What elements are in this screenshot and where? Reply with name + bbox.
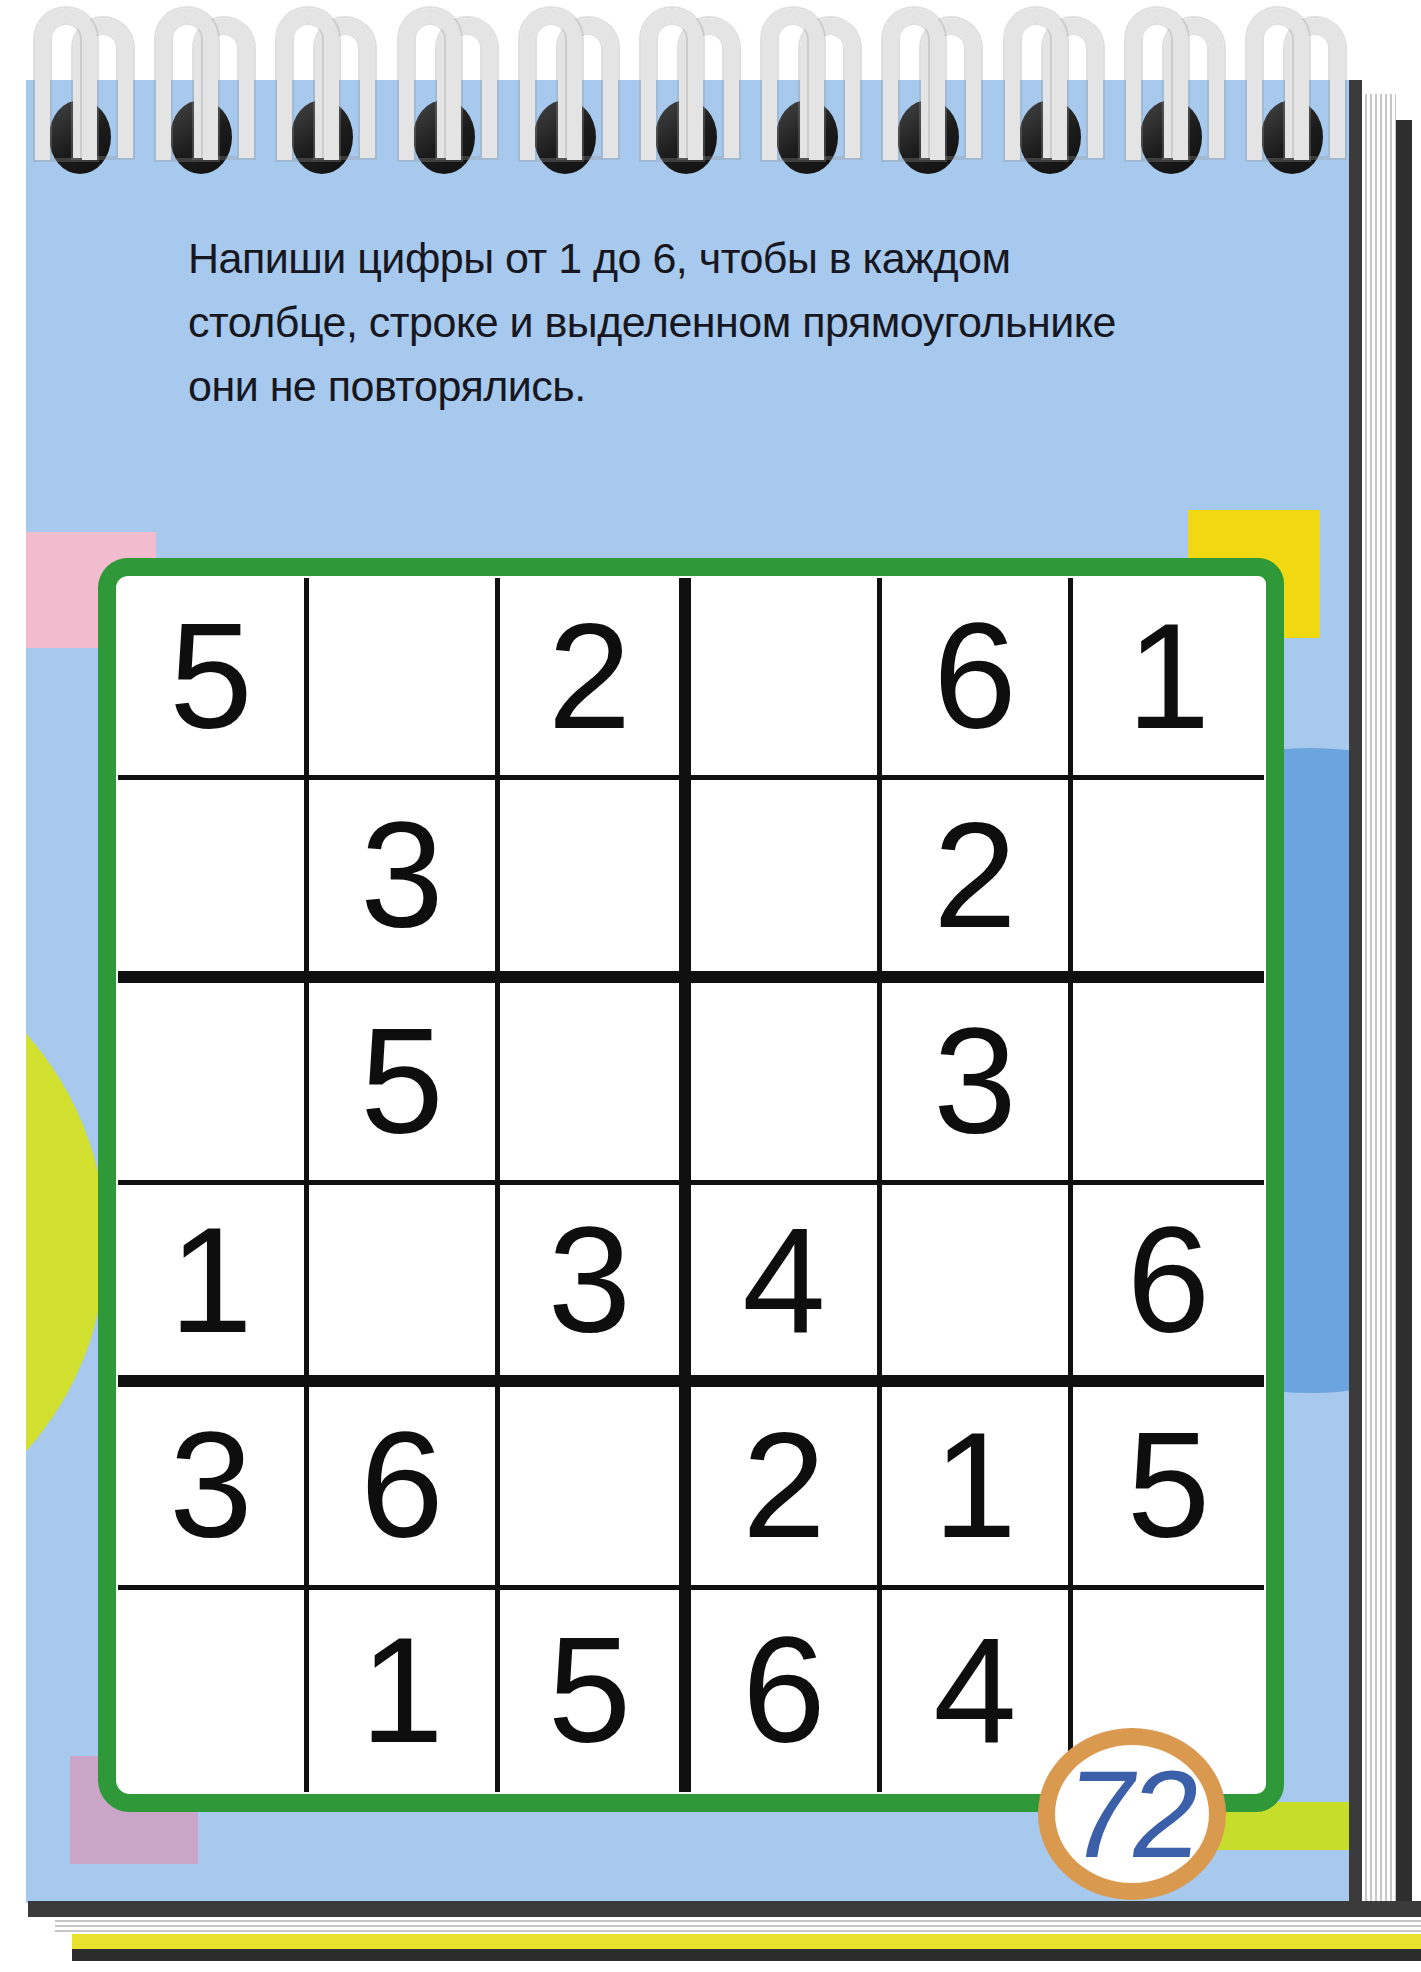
page-number-badge: 72 bbox=[1038, 1728, 1226, 1900]
page-stack-edge-bottom bbox=[28, 1901, 1421, 1917]
sudoku-cell-given: 3 bbox=[118, 1387, 309, 1589]
coil-wire-icon bbox=[1126, 8, 1188, 160]
sudoku-cell-given: 3 bbox=[309, 780, 500, 982]
spiral-binding bbox=[0, 0, 1421, 200]
spiral-coil bbox=[154, 8, 264, 180]
sudoku-cell-empty[interactable] bbox=[691, 983, 882, 1185]
coil-wire-icon bbox=[762, 8, 824, 160]
sudoku-cell-given: 5 bbox=[309, 983, 500, 1185]
coil-wire-icon bbox=[641, 8, 703, 160]
sudoku-cell-given: 1 bbox=[1073, 578, 1264, 780]
sudoku-cell-given: 5 bbox=[118, 578, 309, 780]
page-stack-cover-right bbox=[1396, 120, 1412, 1916]
sudoku-cell-given: 4 bbox=[691, 1185, 882, 1387]
page-stack-yellow-sheet bbox=[72, 1934, 1421, 1949]
instruction-line-1: Напиши цифры от 1 до 6, чтобы в каждом bbox=[188, 226, 1328, 290]
spiral-coil bbox=[1245, 8, 1355, 180]
page-stack-sheets-right bbox=[1362, 94, 1396, 1916]
sudoku-cell-empty[interactable] bbox=[309, 1185, 500, 1387]
sudoku-cell-empty[interactable] bbox=[1073, 983, 1264, 1185]
coil-wire-icon bbox=[399, 8, 461, 160]
sudoku-cell-given: 2 bbox=[691, 1387, 882, 1589]
sudoku-cell-given: 4 bbox=[882, 1590, 1073, 1792]
sudoku-cell-given: 5 bbox=[1073, 1387, 1264, 1589]
sudoku-grid-cells: 526132531346362151564 bbox=[118, 578, 1264, 1792]
decoration-lime-circle bbox=[26, 930, 106, 1555]
sudoku-cell-given: 6 bbox=[691, 1590, 882, 1792]
sudoku-cell-empty[interactable] bbox=[500, 1387, 691, 1589]
page-stack-edge-right bbox=[1349, 80, 1362, 1903]
sudoku-cell-given: 3 bbox=[500, 1185, 691, 1387]
sudoku-cell-empty[interactable] bbox=[691, 780, 882, 982]
sudoku-cell-given: 3 bbox=[882, 983, 1073, 1185]
spiral-coil bbox=[1003, 8, 1113, 180]
notepad-page: Напиши цифры от 1 до 6, чтобы в каждом с… bbox=[26, 80, 1352, 1903]
coil-wire-icon bbox=[1005, 8, 1067, 160]
spiral-coil bbox=[275, 8, 385, 180]
sudoku-cell-given: 6 bbox=[1073, 1185, 1264, 1387]
spiral-coil bbox=[760, 8, 870, 180]
sudoku-cell-given: 1 bbox=[309, 1590, 500, 1792]
instruction-text: Напиши цифры от 1 до 6, чтобы в каждом с… bbox=[188, 226, 1328, 418]
spiral-coil bbox=[1124, 8, 1234, 180]
coil-wire-icon bbox=[156, 8, 218, 160]
sudoku-cell-empty[interactable] bbox=[691, 578, 882, 780]
sudoku-grid: 526132531346362151564 bbox=[98, 558, 1284, 1812]
sudoku-cell-empty[interactable] bbox=[882, 1185, 1073, 1387]
instruction-line-3: они не повторялись. bbox=[188, 354, 1328, 418]
sudoku-cell-given: 2 bbox=[500, 578, 691, 780]
sudoku-cell-empty[interactable] bbox=[309, 578, 500, 780]
sudoku-cell-empty[interactable] bbox=[118, 1590, 309, 1792]
page-stack-sheets-bottom bbox=[55, 1917, 1421, 1934]
sudoku-cell-empty[interactable] bbox=[500, 983, 691, 1185]
page-stack-cover-bottom bbox=[72, 1949, 1421, 1961]
sudoku-cell-empty[interactable] bbox=[500, 780, 691, 982]
page-number: 72 bbox=[1060, 1743, 1203, 1885]
coil-wire-icon bbox=[35, 8, 97, 160]
spiral-coil bbox=[881, 8, 991, 180]
coil-wire-icon bbox=[277, 8, 339, 160]
spiral-coil bbox=[33, 8, 143, 180]
spiral-coil bbox=[639, 8, 749, 180]
sudoku-cell-given: 6 bbox=[309, 1387, 500, 1589]
instruction-line-2: столбце, строке и выделенном прямоугольн… bbox=[188, 290, 1328, 354]
coil-wire-icon bbox=[520, 8, 582, 160]
sudoku-cell-empty[interactable] bbox=[118, 780, 309, 982]
coil-wire-icon bbox=[883, 8, 945, 160]
sudoku-cell-given: 1 bbox=[118, 1185, 309, 1387]
coil-wire-icon bbox=[1247, 8, 1309, 160]
spiral-coil bbox=[518, 8, 628, 180]
sudoku-cell-given: 2 bbox=[882, 780, 1073, 982]
sudoku-cell-given: 5 bbox=[500, 1590, 691, 1792]
spiral-coil bbox=[397, 8, 507, 180]
sudoku-cell-empty[interactable] bbox=[1073, 780, 1264, 982]
sudoku-cell-empty[interactable] bbox=[118, 983, 309, 1185]
sudoku-cell-given: 6 bbox=[882, 578, 1073, 780]
sudoku-cell-given: 1 bbox=[882, 1387, 1073, 1589]
